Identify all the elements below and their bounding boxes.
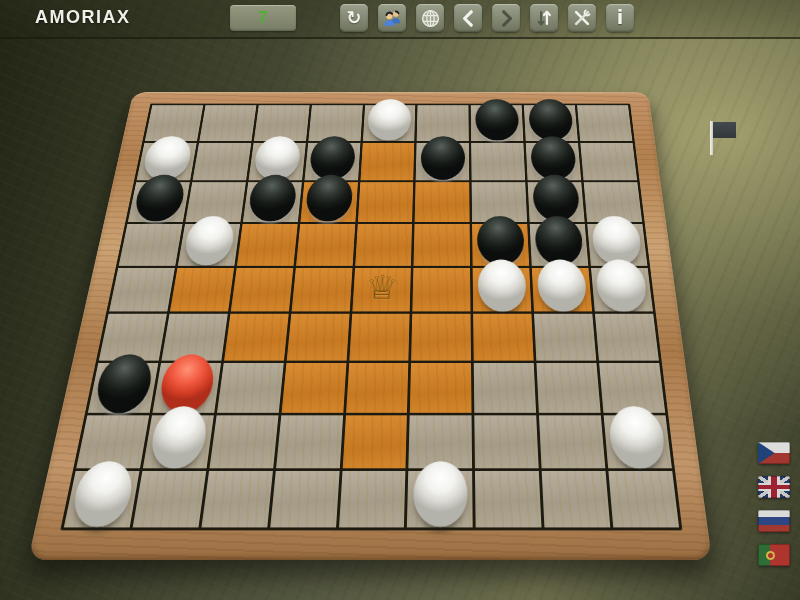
flag-uk[interactable] [758, 476, 790, 498]
white-stone[interactable] [148, 406, 210, 468]
board-cell[interactable] [128, 182, 190, 222]
white-stone[interactable] [591, 216, 643, 265]
board-cell[interactable] [609, 471, 680, 527]
board-cell[interactable] [109, 268, 175, 312]
refresh-icon: ↻ [346, 9, 361, 28]
board-cell[interactable] [132, 471, 205, 527]
board-cell[interactable] [143, 416, 214, 469]
board-cell[interactable] [192, 143, 251, 180]
flag-portugal[interactable] [758, 544, 790, 566]
toolbar-buttons: ↻i [340, 4, 634, 32]
board-cell[interactable] [291, 268, 352, 312]
board-cell[interactable] [201, 471, 272, 527]
board-cell[interactable] [532, 268, 592, 312]
arrow-up-down-icon [534, 8, 554, 28]
board-cell[interactable] [474, 363, 536, 413]
white-stone[interactable] [141, 136, 194, 180]
board-cell[interactable]: ♕ [352, 268, 411, 312]
app-title: AMORIAX [35, 7, 131, 28]
board-cell[interactable] [604, 416, 672, 469]
flag-russia[interactable] [758, 510, 790, 532]
board-cell[interactable] [237, 224, 298, 266]
white-stone[interactable] [69, 461, 136, 527]
language-flag-list [758, 442, 790, 566]
chevron-right-icon [497, 9, 516, 28]
board-cell[interactable] [542, 471, 610, 527]
black-stone[interactable] [305, 175, 354, 221]
board-cell[interactable] [537, 363, 601, 413]
move-counter[interactable]: 7 [230, 5, 296, 31]
board-cell[interactable] [410, 363, 472, 413]
players-icon [382, 8, 403, 29]
top-bar: AMORIAX 7 ↻i [0, 0, 800, 39]
board-cell[interactable] [230, 268, 293, 312]
board-cell[interactable] [595, 314, 659, 361]
board-cell[interactable] [415, 182, 470, 222]
board-cell[interactable] [407, 471, 473, 527]
globe-icon [420, 8, 441, 29]
network-button[interactable] [416, 4, 444, 32]
white-stone[interactable] [367, 99, 412, 141]
forward-button[interactable] [492, 4, 520, 32]
board-cell[interactable] [199, 105, 256, 141]
black-stone[interactable] [132, 175, 186, 221]
board-cell[interactable] [270, 471, 339, 527]
board-cell[interactable] [276, 416, 343, 469]
board-cell[interactable] [281, 363, 346, 413]
flag-cloth [713, 122, 736, 138]
board-cell[interactable] [217, 363, 284, 413]
board-cell[interactable] [286, 314, 349, 361]
flag-czech[interactable] [758, 442, 790, 464]
black-stone[interactable] [532, 175, 581, 221]
board-grid: ♕ [60, 104, 682, 531]
board-scene: ♕ [28, 0, 712, 560]
black-stone[interactable] [93, 354, 155, 412]
board-cell[interactable] [209, 416, 278, 469]
black-stone[interactable] [477, 216, 525, 265]
board-cell[interactable] [577, 105, 632, 141]
info-icon: i [617, 8, 624, 28]
app-window: AMORIAX 7 ↻i ♕ [0, 0, 800, 600]
board-cell[interactable] [475, 471, 541, 527]
back-button[interactable] [454, 4, 482, 32]
board-cell[interactable] [534, 314, 596, 361]
board-cell[interactable] [580, 143, 637, 180]
white-stone[interactable] [182, 216, 236, 265]
board-cell[interactable] [349, 314, 410, 361]
board-cell[interactable] [411, 314, 471, 361]
white-stone[interactable] [608, 406, 667, 468]
board-cell[interactable] [243, 182, 302, 222]
board-cell[interactable] [296, 224, 355, 266]
white-stone[interactable] [253, 136, 302, 180]
red-stone[interactable] [157, 354, 217, 412]
white-stone[interactable] [413, 461, 468, 527]
board-cell[interactable] [339, 471, 406, 527]
board-cell[interactable] [413, 268, 471, 312]
tools-icon [572, 8, 592, 28]
board-cell[interactable] [342, 416, 407, 469]
board-cell[interactable] [475, 416, 539, 469]
board-cell[interactable] [360, 143, 414, 180]
board-cell[interactable] [346, 363, 409, 413]
white-stone[interactable] [536, 260, 587, 312]
black-stone[interactable] [528, 99, 574, 141]
restart-button[interactable]: ↻ [340, 4, 368, 32]
board-cell[interactable] [539, 416, 605, 469]
board-cell[interactable] [178, 224, 240, 266]
game-board: ♕ [28, 92, 712, 560]
white-stone[interactable] [477, 260, 527, 312]
board-cell[interactable] [64, 471, 140, 527]
crown-marker: ♕ [364, 272, 399, 304]
board-cell[interactable] [416, 143, 469, 180]
settings-button[interactable] [568, 4, 596, 32]
black-stone[interactable] [534, 216, 584, 265]
board-cell[interactable] [355, 224, 413, 266]
board-cell[interactable] [300, 182, 357, 222]
players-button[interactable] [378, 4, 406, 32]
board-cell[interactable] [358, 182, 414, 222]
board-cell[interactable] [591, 268, 653, 312]
board-cell[interactable] [414, 224, 470, 266]
board-cell[interactable] [170, 268, 234, 312]
move-counter-value: 7 [259, 9, 268, 27]
board-cell[interactable] [473, 314, 533, 361]
board-cell[interactable] [471, 105, 524, 141]
black-stone[interactable] [309, 136, 357, 180]
board-cell[interactable] [119, 224, 183, 266]
black-stone[interactable] [247, 175, 298, 221]
board-cell[interactable] [88, 363, 158, 413]
upload-button[interactable] [530, 4, 558, 32]
info-button[interactable]: i [606, 4, 634, 32]
white-stone[interactable] [595, 260, 648, 312]
board-cell[interactable] [363, 105, 416, 141]
board-cell[interactable] [224, 314, 289, 361]
chevron-left-icon [459, 9, 478, 28]
black-stone[interactable] [475, 99, 519, 141]
board-cell[interactable] [471, 143, 525, 180]
board-cell[interactable] [473, 268, 532, 312]
black-stone[interactable] [530, 136, 577, 180]
black-stone[interactable] [420, 136, 465, 180]
